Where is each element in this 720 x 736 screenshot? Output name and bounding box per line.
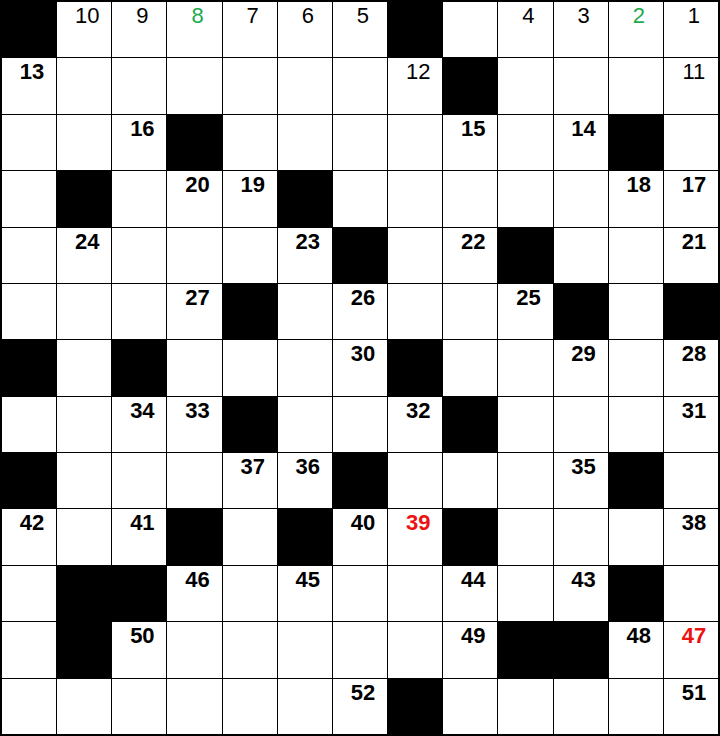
cell-r2-c12[interactable] bbox=[664, 115, 718, 170]
cell-r8-c10[interactable]: 35 bbox=[554, 453, 608, 508]
cell-r4-c4[interactable] bbox=[223, 228, 277, 283]
cell-r11-c2[interactable]: 50 bbox=[112, 622, 166, 677]
black-cell-r0-c7 bbox=[388, 2, 442, 57]
cell-r1-c7[interactable]: 12 bbox=[388, 58, 442, 113]
cell-r7-c0[interactable] bbox=[2, 397, 56, 452]
clue-number-17: 17 bbox=[670, 173, 718, 196]
black-cell-r9-c8 bbox=[443, 509, 497, 564]
cell-r3-c12[interactable]: 17 bbox=[664, 171, 718, 226]
cell-r0-c9[interactable]: 4 bbox=[498, 2, 552, 57]
clue-number-46: 46 bbox=[173, 568, 221, 591]
clue-number-16: 16 bbox=[118, 117, 166, 140]
cell-r9-c4[interactable] bbox=[223, 509, 277, 564]
cell-r1-c0[interactable]: 13 bbox=[2, 58, 56, 113]
cell-r4-c10[interactable] bbox=[554, 228, 608, 283]
cell-r5-c2[interactable] bbox=[112, 284, 166, 339]
cell-r10-c6[interactable] bbox=[333, 566, 387, 621]
clue-number-33: 33 bbox=[173, 399, 221, 422]
black-cell-r8-c11 bbox=[609, 453, 663, 508]
black-cell-r5-c10 bbox=[554, 284, 608, 339]
cell-r12-c2[interactable] bbox=[112, 679, 166, 734]
clue-number-26: 26 bbox=[339, 286, 387, 309]
cell-r8-c9[interactable] bbox=[498, 453, 552, 508]
clue-number-36: 36 bbox=[284, 455, 332, 478]
clue-number-23: 23 bbox=[284, 230, 332, 253]
cell-r4-c5[interactable]: 23 bbox=[278, 228, 332, 283]
cell-r6-c8[interactable] bbox=[443, 340, 497, 395]
clue-number-49: 49 bbox=[449, 624, 497, 647]
cell-r2-c9[interactable] bbox=[498, 115, 552, 170]
cell-r1-c1[interactable] bbox=[57, 58, 111, 113]
clue-number-32: 32 bbox=[394, 399, 442, 422]
cell-r10-c7[interactable] bbox=[388, 566, 442, 621]
cell-r12-c6[interactable]: 52 bbox=[333, 679, 387, 734]
cell-r2-c10[interactable]: 14 bbox=[554, 115, 608, 170]
cell-r6-c1[interactable] bbox=[57, 340, 111, 395]
clue-number-12: 12 bbox=[394, 60, 442, 83]
cell-r10-c3[interactable]: 46 bbox=[167, 566, 221, 621]
cell-r8-c8[interactable] bbox=[443, 453, 497, 508]
clue-number-11: 11 bbox=[670, 60, 718, 83]
cell-r3-c7[interactable] bbox=[388, 171, 442, 226]
cell-r4-c1[interactable]: 24 bbox=[57, 228, 111, 283]
black-cell-r9-c5 bbox=[278, 509, 332, 564]
cell-r5-c5[interactable] bbox=[278, 284, 332, 339]
cell-r11-c12[interactable]: 47 bbox=[664, 622, 718, 677]
clue-number-14: 14 bbox=[560, 117, 608, 140]
cell-r12-c3[interactable] bbox=[167, 679, 221, 734]
cell-r7-c5[interactable] bbox=[278, 397, 332, 452]
black-cell-r7-c8 bbox=[443, 397, 497, 452]
clue-number-51: 51 bbox=[670, 681, 718, 704]
cell-r3-c2[interactable] bbox=[112, 171, 166, 226]
cell-r6-c10[interactable]: 29 bbox=[554, 340, 608, 395]
cell-r5-c9[interactable]: 25 bbox=[498, 284, 552, 339]
cell-r5-c8[interactable] bbox=[443, 284, 497, 339]
cell-r0-c1[interactable]: 10 bbox=[57, 2, 111, 57]
cell-r6-c9[interactable] bbox=[498, 340, 552, 395]
cell-r1-c3[interactable] bbox=[167, 58, 221, 113]
cell-r2-c2[interactable]: 16 bbox=[112, 115, 166, 170]
clue-number-52: 52 bbox=[339, 681, 387, 704]
cell-r4-c3[interactable] bbox=[167, 228, 221, 283]
cell-r6-c3[interactable] bbox=[167, 340, 221, 395]
cell-r2-c1[interactable] bbox=[57, 115, 111, 170]
clue-number-1: 1 bbox=[670, 4, 718, 27]
clue-number-31: 31 bbox=[670, 399, 718, 422]
cell-r10-c4[interactable] bbox=[223, 566, 277, 621]
clue-number-50: 50 bbox=[118, 624, 166, 647]
clue-number-41: 41 bbox=[118, 511, 166, 534]
cell-r8-c1[interactable] bbox=[57, 453, 111, 508]
cell-r3-c8[interactable] bbox=[443, 171, 497, 226]
clue-number-42: 42 bbox=[8, 511, 56, 534]
black-cell-r2-c11 bbox=[609, 115, 663, 170]
black-cell-r9-c3 bbox=[167, 509, 221, 564]
cell-r0-c12[interactable]: 1 bbox=[664, 2, 718, 57]
cell-r9-c2[interactable]: 41 bbox=[112, 509, 166, 564]
cell-r3-c9[interactable] bbox=[498, 171, 552, 226]
cell-r2-c6[interactable] bbox=[333, 115, 387, 170]
cell-r5-c6[interactable]: 26 bbox=[333, 284, 387, 339]
black-cell-r11-c1 bbox=[57, 622, 111, 677]
black-cell-r4-c9 bbox=[498, 228, 552, 283]
black-cell-r3-c1 bbox=[57, 171, 111, 226]
cell-r0-c5[interactable]: 6 bbox=[278, 2, 332, 57]
black-cell-r10-c1 bbox=[57, 566, 111, 621]
cell-r7-c6[interactable] bbox=[333, 397, 387, 452]
cell-r7-c10[interactable] bbox=[554, 397, 608, 452]
clue-number-43: 43 bbox=[560, 568, 608, 591]
cell-r5-c11[interactable] bbox=[609, 284, 663, 339]
black-cell-r3-c5 bbox=[278, 171, 332, 226]
clue-number-35: 35 bbox=[560, 455, 608, 478]
crossword-board: 1098765432113121116151420191817242322212… bbox=[0, 0, 720, 736]
cell-r12-c11[interactable] bbox=[609, 679, 663, 734]
cell-r4-c11[interactable] bbox=[609, 228, 663, 283]
cell-r7-c12[interactable]: 31 bbox=[664, 397, 718, 452]
black-cell-r2-c3 bbox=[167, 115, 221, 170]
clue-number-8: 8 bbox=[173, 4, 221, 27]
cell-r0-c11[interactable]: 2 bbox=[609, 2, 663, 57]
black-cell-r12-c7 bbox=[388, 679, 442, 734]
cell-r6-c11[interactable] bbox=[609, 340, 663, 395]
black-cell-r6-c2 bbox=[112, 340, 166, 395]
cell-r8-c2[interactable] bbox=[112, 453, 166, 508]
clue-number-44: 44 bbox=[449, 568, 497, 591]
cell-r8-c5[interactable]: 36 bbox=[278, 453, 332, 508]
cell-r6-c4[interactable] bbox=[223, 340, 277, 395]
cell-r5-c1[interactable] bbox=[57, 284, 111, 339]
cell-r2-c5[interactable] bbox=[278, 115, 332, 170]
clue-number-19: 19 bbox=[229, 173, 277, 196]
black-cell-r8-c6 bbox=[333, 453, 387, 508]
cell-r0-c3[interactable]: 8 bbox=[167, 2, 221, 57]
cell-r12-c10[interactable] bbox=[554, 679, 608, 734]
clue-number-38: 38 bbox=[670, 511, 718, 534]
cell-r7-c7[interactable]: 32 bbox=[388, 397, 442, 452]
cell-r11-c3[interactable] bbox=[167, 622, 221, 677]
cell-r10-c0[interactable] bbox=[2, 566, 56, 621]
cell-r6-c6[interactable]: 30 bbox=[333, 340, 387, 395]
cell-r2-c8[interactable]: 15 bbox=[443, 115, 497, 170]
cell-r9-c9[interactable] bbox=[498, 509, 552, 564]
clue-number-3: 3 bbox=[560, 4, 608, 27]
cell-r5-c3[interactable]: 27 bbox=[167, 284, 221, 339]
cell-r3-c11[interactable]: 18 bbox=[609, 171, 663, 226]
clue-number-45: 45 bbox=[284, 568, 332, 591]
cell-r2-c7[interactable] bbox=[388, 115, 442, 170]
clue-number-9: 9 bbox=[118, 4, 166, 27]
cell-r0-c6[interactable]: 5 bbox=[333, 2, 387, 57]
cell-r10-c5[interactable]: 45 bbox=[278, 566, 332, 621]
cell-r8-c3[interactable] bbox=[167, 453, 221, 508]
cell-r8-c12[interactable] bbox=[664, 453, 718, 508]
cell-r11-c4[interactable] bbox=[223, 622, 277, 677]
black-cell-r6-c7 bbox=[388, 340, 442, 395]
black-cell-r4-c6 bbox=[333, 228, 387, 283]
cell-r3-c0[interactable] bbox=[2, 171, 56, 226]
cell-r0-c8[interactable] bbox=[443, 2, 497, 57]
clue-number-13: 13 bbox=[8, 60, 56, 83]
cell-r11-c7[interactable] bbox=[388, 622, 442, 677]
cell-r9-c7[interactable]: 39 bbox=[388, 509, 442, 564]
clue-number-21: 21 bbox=[670, 230, 718, 253]
cell-r10-c10[interactable]: 43 bbox=[554, 566, 608, 621]
cell-r5-c7[interactable] bbox=[388, 284, 442, 339]
clue-number-48: 48 bbox=[615, 624, 663, 647]
clue-number-34: 34 bbox=[118, 399, 166, 422]
cell-r3-c3[interactable]: 20 bbox=[167, 171, 221, 226]
clue-number-15: 15 bbox=[449, 117, 497, 140]
cell-r4-c8[interactable]: 22 bbox=[443, 228, 497, 283]
cell-r8-c4[interactable]: 37 bbox=[223, 453, 277, 508]
clue-number-5: 5 bbox=[339, 4, 387, 27]
clue-number-27: 27 bbox=[173, 286, 221, 309]
clue-number-6: 6 bbox=[284, 4, 332, 27]
clue-number-24: 24 bbox=[63, 230, 111, 253]
cell-r0-c10[interactable]: 3 bbox=[554, 2, 608, 57]
black-cell-r5-c4 bbox=[223, 284, 277, 339]
black-cell-r0-c0 bbox=[2, 2, 56, 57]
cell-r0-c4[interactable]: 7 bbox=[223, 2, 277, 57]
clue-number-2: 2 bbox=[615, 4, 663, 27]
cell-r1-c11[interactable] bbox=[609, 58, 663, 113]
cell-r11-c11[interactable]: 48 bbox=[609, 622, 663, 677]
cell-r5-c0[interactable] bbox=[2, 284, 56, 339]
clue-number-10: 10 bbox=[63, 4, 111, 27]
cell-r1-c2[interactable] bbox=[112, 58, 166, 113]
clue-number-22: 22 bbox=[449, 230, 497, 253]
black-cell-r11-c9 bbox=[498, 622, 552, 677]
black-cell-r1-c8 bbox=[443, 58, 497, 113]
clue-number-47: 47 bbox=[670, 624, 718, 647]
cell-r9-c6[interactable]: 40 bbox=[333, 509, 387, 564]
black-cell-r5-c12 bbox=[664, 284, 718, 339]
cell-r9-c1[interactable] bbox=[57, 509, 111, 564]
black-cell-r7-c4 bbox=[223, 397, 277, 452]
cell-r0-c2[interactable]: 9 bbox=[112, 2, 166, 57]
cell-r1-c9[interactable] bbox=[498, 58, 552, 113]
cell-r8-c7[interactable] bbox=[388, 453, 442, 508]
cell-r7-c3[interactable]: 33 bbox=[167, 397, 221, 452]
cell-r11-c8[interactable]: 49 bbox=[443, 622, 497, 677]
cell-r6-c5[interactable] bbox=[278, 340, 332, 395]
cell-r12-c0[interactable] bbox=[2, 679, 56, 734]
cell-r4-c12[interactable]: 21 bbox=[664, 228, 718, 283]
clue-number-39: 39 bbox=[394, 511, 442, 534]
cell-r3-c6[interactable] bbox=[333, 171, 387, 226]
cell-r12-c5[interactable] bbox=[278, 679, 332, 734]
cell-r11-c5[interactable] bbox=[278, 622, 332, 677]
clue-number-37: 37 bbox=[229, 455, 277, 478]
cell-r6-c12[interactable]: 28 bbox=[664, 340, 718, 395]
cell-r12-c8[interactable] bbox=[443, 679, 497, 734]
clue-number-40: 40 bbox=[339, 511, 387, 534]
cell-r1-c5[interactable] bbox=[278, 58, 332, 113]
clue-number-7: 7 bbox=[229, 4, 277, 27]
cell-r12-c4[interactable] bbox=[223, 679, 277, 734]
clue-number-30: 30 bbox=[339, 342, 387, 365]
cell-r1-c4[interactable] bbox=[223, 58, 277, 113]
cell-r7-c9[interactable] bbox=[498, 397, 552, 452]
cell-r1-c10[interactable] bbox=[554, 58, 608, 113]
cell-r10-c8[interactable]: 44 bbox=[443, 566, 497, 621]
cell-r9-c12[interactable]: 38 bbox=[664, 509, 718, 564]
clue-number-25: 25 bbox=[504, 286, 552, 309]
black-cell-r10-c2 bbox=[112, 566, 166, 621]
cell-r4-c0[interactable] bbox=[2, 228, 56, 283]
clue-number-29: 29 bbox=[560, 342, 608, 365]
clue-number-18: 18 bbox=[615, 173, 663, 196]
cell-r12-c12[interactable]: 51 bbox=[664, 679, 718, 734]
cell-r12-c9[interactable] bbox=[498, 679, 552, 734]
cell-r3-c4[interactable]: 19 bbox=[223, 171, 277, 226]
cell-r4-c7[interactable] bbox=[388, 228, 442, 283]
cell-r3-c10[interactable] bbox=[554, 171, 608, 226]
cell-r7-c1[interactable] bbox=[57, 397, 111, 452]
cell-r10-c12[interactable] bbox=[664, 566, 718, 621]
cell-r12-c1[interactable] bbox=[57, 679, 111, 734]
cell-r7-c11[interactable] bbox=[609, 397, 663, 452]
clue-number-20: 20 bbox=[173, 173, 221, 196]
black-cell-r10-c11 bbox=[609, 566, 663, 621]
clue-number-28: 28 bbox=[670, 342, 718, 365]
black-cell-r8-c0 bbox=[2, 453, 56, 508]
clue-number-4: 4 bbox=[504, 4, 552, 27]
cell-r1-c12[interactable]: 11 bbox=[664, 58, 718, 113]
cell-r2-c4[interactable] bbox=[223, 115, 277, 170]
cell-r11-c6[interactable] bbox=[333, 622, 387, 677]
black-cell-r11-c10 bbox=[554, 622, 608, 677]
cell-r2-c0[interactable] bbox=[2, 115, 56, 170]
cell-r9-c0[interactable]: 42 bbox=[2, 509, 56, 564]
black-cell-r6-c0 bbox=[2, 340, 56, 395]
cell-r1-c6[interactable] bbox=[333, 58, 387, 113]
cell-r7-c2[interactable]: 34 bbox=[112, 397, 166, 452]
cell-r11-c0[interactable] bbox=[2, 622, 56, 677]
cell-r9-c10[interactable] bbox=[554, 509, 608, 564]
cell-r4-c2[interactable] bbox=[112, 228, 166, 283]
cell-r10-c9[interactable] bbox=[498, 566, 552, 621]
cell-r9-c11[interactable] bbox=[609, 509, 663, 564]
